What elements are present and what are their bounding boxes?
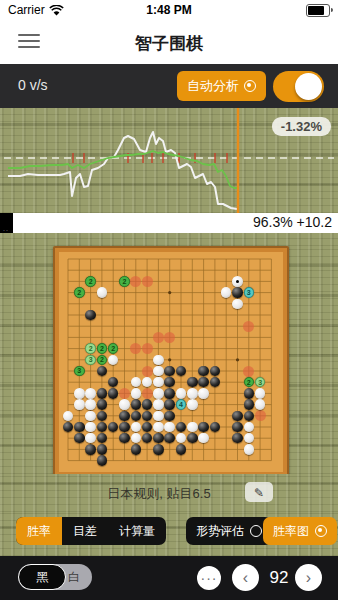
black-side-selected: 黑 [18,564,66,590]
white-stone [232,299,243,310]
app-root: Carrier 1:48 PM 智子围棋 0 v/s 自动分析 -1.32% .… [0,0,338,600]
next-move-button[interactable]: › [295,564,322,591]
black-stone [74,433,85,444]
hint-red-mark [243,321,254,332]
white-stone [97,287,108,298]
hint-red-mark [119,388,130,399]
black-stone [97,455,108,466]
winrate-bar-black-segment: .. [0,213,13,233]
white-stone [187,388,198,399]
black-stone [244,388,255,399]
hint-red-mark [255,410,266,421]
white-stone [153,399,164,410]
black-stone [97,444,108,455]
white-stone [198,388,209,399]
battery-icon [306,4,330,17]
black-stone [232,287,243,298]
position-eval-label: 形势评估 [196,523,244,540]
hint-red-mark [153,332,164,343]
white-stone [153,388,164,399]
radio-on-icon [315,525,327,537]
chevron-left-icon: ‹ [243,569,248,587]
green-move-badge: 2 [119,276,130,287]
black-stone [131,444,142,455]
white-stone [153,411,164,422]
green-move-badge: 2 [97,343,108,354]
white-stone [74,388,85,399]
white-stone [85,422,96,433]
prev-move-button[interactable]: ‹ [232,564,259,591]
tab-winrate[interactable]: 胜率 [16,517,62,545]
black-stone [108,388,119,399]
white-stone [153,377,164,388]
black-stone [85,444,96,455]
white-stone [85,399,96,410]
side-to-move-toggle[interactable]: 白 黑 [18,564,92,590]
auto-analysis-label: 自动分析 [187,77,239,95]
black-stone [198,366,209,377]
more-button[interactable]: ··· [197,566,221,590]
green-move-badge: 2 [85,343,96,354]
black-stone [244,411,255,422]
white-stone [176,388,187,399]
toggle-knob [295,73,322,100]
black-stone [187,433,198,444]
white-stone [153,422,164,433]
left-segmented-control: 胜率 目差 计算量 [16,517,166,545]
black-stone [153,444,164,455]
white-stone [74,399,85,410]
green-move-badge: 2 [85,276,96,287]
black-stone [131,411,142,422]
hint-red-mark [142,343,153,354]
hint-red-mark [142,276,153,287]
black-stone [187,377,198,388]
black-stone [244,399,255,410]
analysis-toolbar: 0 v/s 自动分析 [0,64,338,108]
hint-red-mark [142,388,153,399]
edit-rules-button[interactable]: ✎ [245,482,273,502]
white-stone [119,399,130,410]
black-stone [176,444,187,455]
clock: 1:48 PM [0,3,338,17]
black-stone [153,433,164,444]
white-stone [131,388,142,399]
radio-on-icon [244,80,256,92]
white-stone [85,411,96,422]
black-stone [131,399,142,410]
go-board[interactable]: 2222223232334 [53,246,289,478]
black-stone [164,399,175,410]
black-stone [119,422,130,433]
white-stone [153,355,164,366]
display-options-row: 胜率 目差 计算量 形势评估 胜率图 [0,512,338,556]
auto-analysis-button[interactable]: 自动分析 [177,71,266,101]
nav-bar: 智子围棋 [0,20,338,64]
green-move-badge: 3 [74,366,85,377]
winrate-graph-button[interactable]: 胜率图 [263,517,337,545]
tab-score-diff[interactable]: 目差 [62,517,108,545]
tatami-background [0,233,338,246]
white-stone [187,399,198,410]
position-eval-button[interactable]: 形势评估 [186,517,272,545]
winrate-delta-badge: -1.32% [272,117,331,136]
black-stone [97,388,108,399]
winrate-bar: .. 96.3% +10.2 [0,213,338,233]
white-stone [187,422,198,433]
analysis-toggle[interactable] [273,71,324,102]
teal-move-badge: 3 [244,287,255,298]
pencil-icon: ✎ [254,486,264,500]
tab-computation[interactable]: 计算量 [108,517,166,545]
winrate-chart[interactable]: -1.32% [0,108,338,213]
green-move-badge: 2 [74,287,85,298]
black-stone [74,422,85,433]
black-stone [119,411,130,422]
green-move-badge: 3 [85,355,96,366]
black-stone [164,388,175,399]
bottom-bar: 白 黑 ··· ‹ 92 › [0,556,338,600]
white-stone [153,366,164,377]
app-title: 智子围棋 [0,32,338,55]
white-side-label: 白 [68,569,80,586]
hint-red-mark [243,366,254,377]
move-number: 92 [264,568,294,588]
radio-off-icon [250,525,262,537]
black-stone [232,411,243,422]
black-stone [232,422,243,433]
winrate-bar-text: 96.3% +10.2 [253,214,332,230]
white-stone [244,444,255,455]
black-stone [85,310,96,321]
white-stone [85,388,96,399]
ellipsis-icon: ··· [201,570,218,586]
black-stone [198,422,209,433]
black-stone [164,411,175,422]
black-stone [97,399,108,410]
hint-red-mark [142,366,153,377]
chevron-right-icon: › [306,569,311,587]
hint-red-mark [164,332,175,343]
rules-row: 日本规则, 贴目6.5 ✎ [0,474,338,512]
winrate-graph-label: 胜率图 [273,523,309,540]
teal-move-badge: 4 [176,399,187,410]
white-stone [255,388,266,399]
status-bar: Carrier 1:48 PM [0,0,338,20]
visits-per-second: 0 v/s [18,77,48,93]
